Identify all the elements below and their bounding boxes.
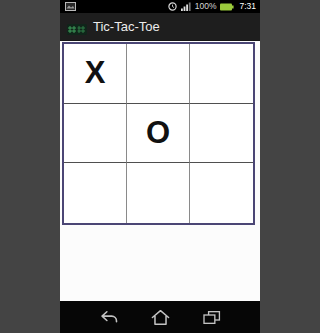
android-nav-bar (60, 301, 260, 333)
screenshot-icon (65, 2, 76, 11)
game-area: X O (60, 41, 260, 301)
status-time: 7:31 (239, 0, 256, 13)
recents-icon[interactable] (200, 306, 222, 328)
alarm-icon (168, 2, 177, 11)
battery-icon (220, 3, 234, 11)
battery-percent: 100% (195, 0, 217, 13)
app-icon (67, 21, 87, 32)
board-cell-r2c1[interactable] (127, 163, 190, 223)
board-cell-r1c1[interactable]: O (127, 104, 190, 164)
title-bar: Tic-Tac-Toe (60, 13, 260, 41)
home-icon[interactable] (149, 306, 171, 328)
board-cell-r0c0[interactable]: X (64, 44, 127, 104)
board-cell-r0c2[interactable] (190, 44, 253, 104)
status-bar: 100% 7:31 (60, 0, 260, 13)
signal-icon (181, 2, 191, 11)
board-cell-r2c2[interactable] (190, 163, 253, 223)
board-cell-r2c0[interactable] (64, 163, 127, 223)
back-icon[interactable] (98, 306, 120, 328)
board-cell-r1c0[interactable] (64, 104, 127, 164)
page-title: Tic-Tac-Toe (93, 19, 160, 34)
tic-tac-toe-board: X O (62, 42, 255, 225)
phone-screen: 100% 7:31 Tic-Tac-Toe X O (60, 0, 260, 333)
board-cell-r1c2[interactable] (190, 104, 253, 164)
board-cell-r0c1[interactable] (127, 44, 190, 104)
